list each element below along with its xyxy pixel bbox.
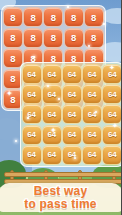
sparkle-icon: ✦ xyxy=(112,122,118,130)
tile-64[interactable]: 64 xyxy=(43,105,61,123)
fence-rail xyxy=(4,172,121,177)
tile-64[interactable]: 64 xyxy=(63,126,81,144)
tile-64[interactable]: 64 xyxy=(83,146,101,164)
tile-8[interactable]: 8 xyxy=(4,8,22,26)
sparkle-icon xyxy=(33,56,35,58)
tile-8[interactable]: 8 xyxy=(85,29,103,47)
caption-line-1: Best way xyxy=(34,185,88,198)
caption-line-2: to pass time xyxy=(24,198,96,211)
tile-8[interactable]: 8 xyxy=(65,29,83,47)
tile-64[interactable]: 64 xyxy=(43,85,61,103)
sparkle-icon xyxy=(58,98,60,100)
tile-8[interactable]: 8 xyxy=(85,8,103,26)
sparkle-icon xyxy=(67,6,69,8)
sparkle-icon xyxy=(88,45,90,47)
tile-64[interactable]: 64 xyxy=(63,105,81,123)
tile-64[interactable]: 64 xyxy=(83,126,101,144)
tile-8[interactable]: 8 xyxy=(24,29,42,47)
tile-64[interactable]: 64 xyxy=(103,85,121,103)
sparkle-icon xyxy=(95,111,97,113)
tile-64[interactable]: 64 xyxy=(103,105,121,123)
tile-64[interactable]: 64 xyxy=(23,85,41,103)
tile-8[interactable]: 8 xyxy=(44,8,62,26)
tile-8[interactable]: 8 xyxy=(24,8,42,26)
sparkle-icon: ✦ xyxy=(109,64,115,72)
game-screen: 8888888888888888888888888 64646464646464… xyxy=(0,0,121,215)
sparkle-icon: ✦ xyxy=(50,127,57,135)
tile-64[interactable]: 64 xyxy=(83,85,101,103)
sparkle-icon xyxy=(103,23,105,25)
sparkle-icon xyxy=(15,140,17,142)
tile-64[interactable]: 64 xyxy=(23,65,41,83)
sparkle-icon xyxy=(47,85,49,87)
tile-64[interactable]: 64 xyxy=(63,65,81,83)
tile-64[interactable]: 64 xyxy=(23,105,41,123)
sparkle-icon xyxy=(74,157,76,159)
tile-8[interactable]: 8 xyxy=(65,8,83,26)
tile-64[interactable]: 64 xyxy=(103,146,121,164)
tile-64[interactable]: 64 xyxy=(43,146,61,164)
tile-64[interactable]: 64 xyxy=(23,146,41,164)
tile-64[interactable]: 64 xyxy=(23,126,41,144)
tile-64[interactable]: 64 xyxy=(63,85,81,103)
tile-64[interactable]: 64 xyxy=(83,65,101,83)
tile-8[interactable]: 8 xyxy=(44,29,62,47)
caption-banner: Best way to pass time xyxy=(0,183,121,212)
sparkle-icon: ✦ xyxy=(6,90,13,98)
tile-64[interactable]: 64 xyxy=(43,65,61,83)
tile-8[interactable]: 8 xyxy=(4,49,22,67)
board-64: 6464646464646464646464646464646464646464… xyxy=(20,62,122,167)
tile-8[interactable]: 8 xyxy=(4,29,22,47)
sparkle-icon xyxy=(27,117,29,119)
tile-64[interactable]: 64 xyxy=(83,105,101,123)
tile-64[interactable]: 64 xyxy=(63,146,81,164)
